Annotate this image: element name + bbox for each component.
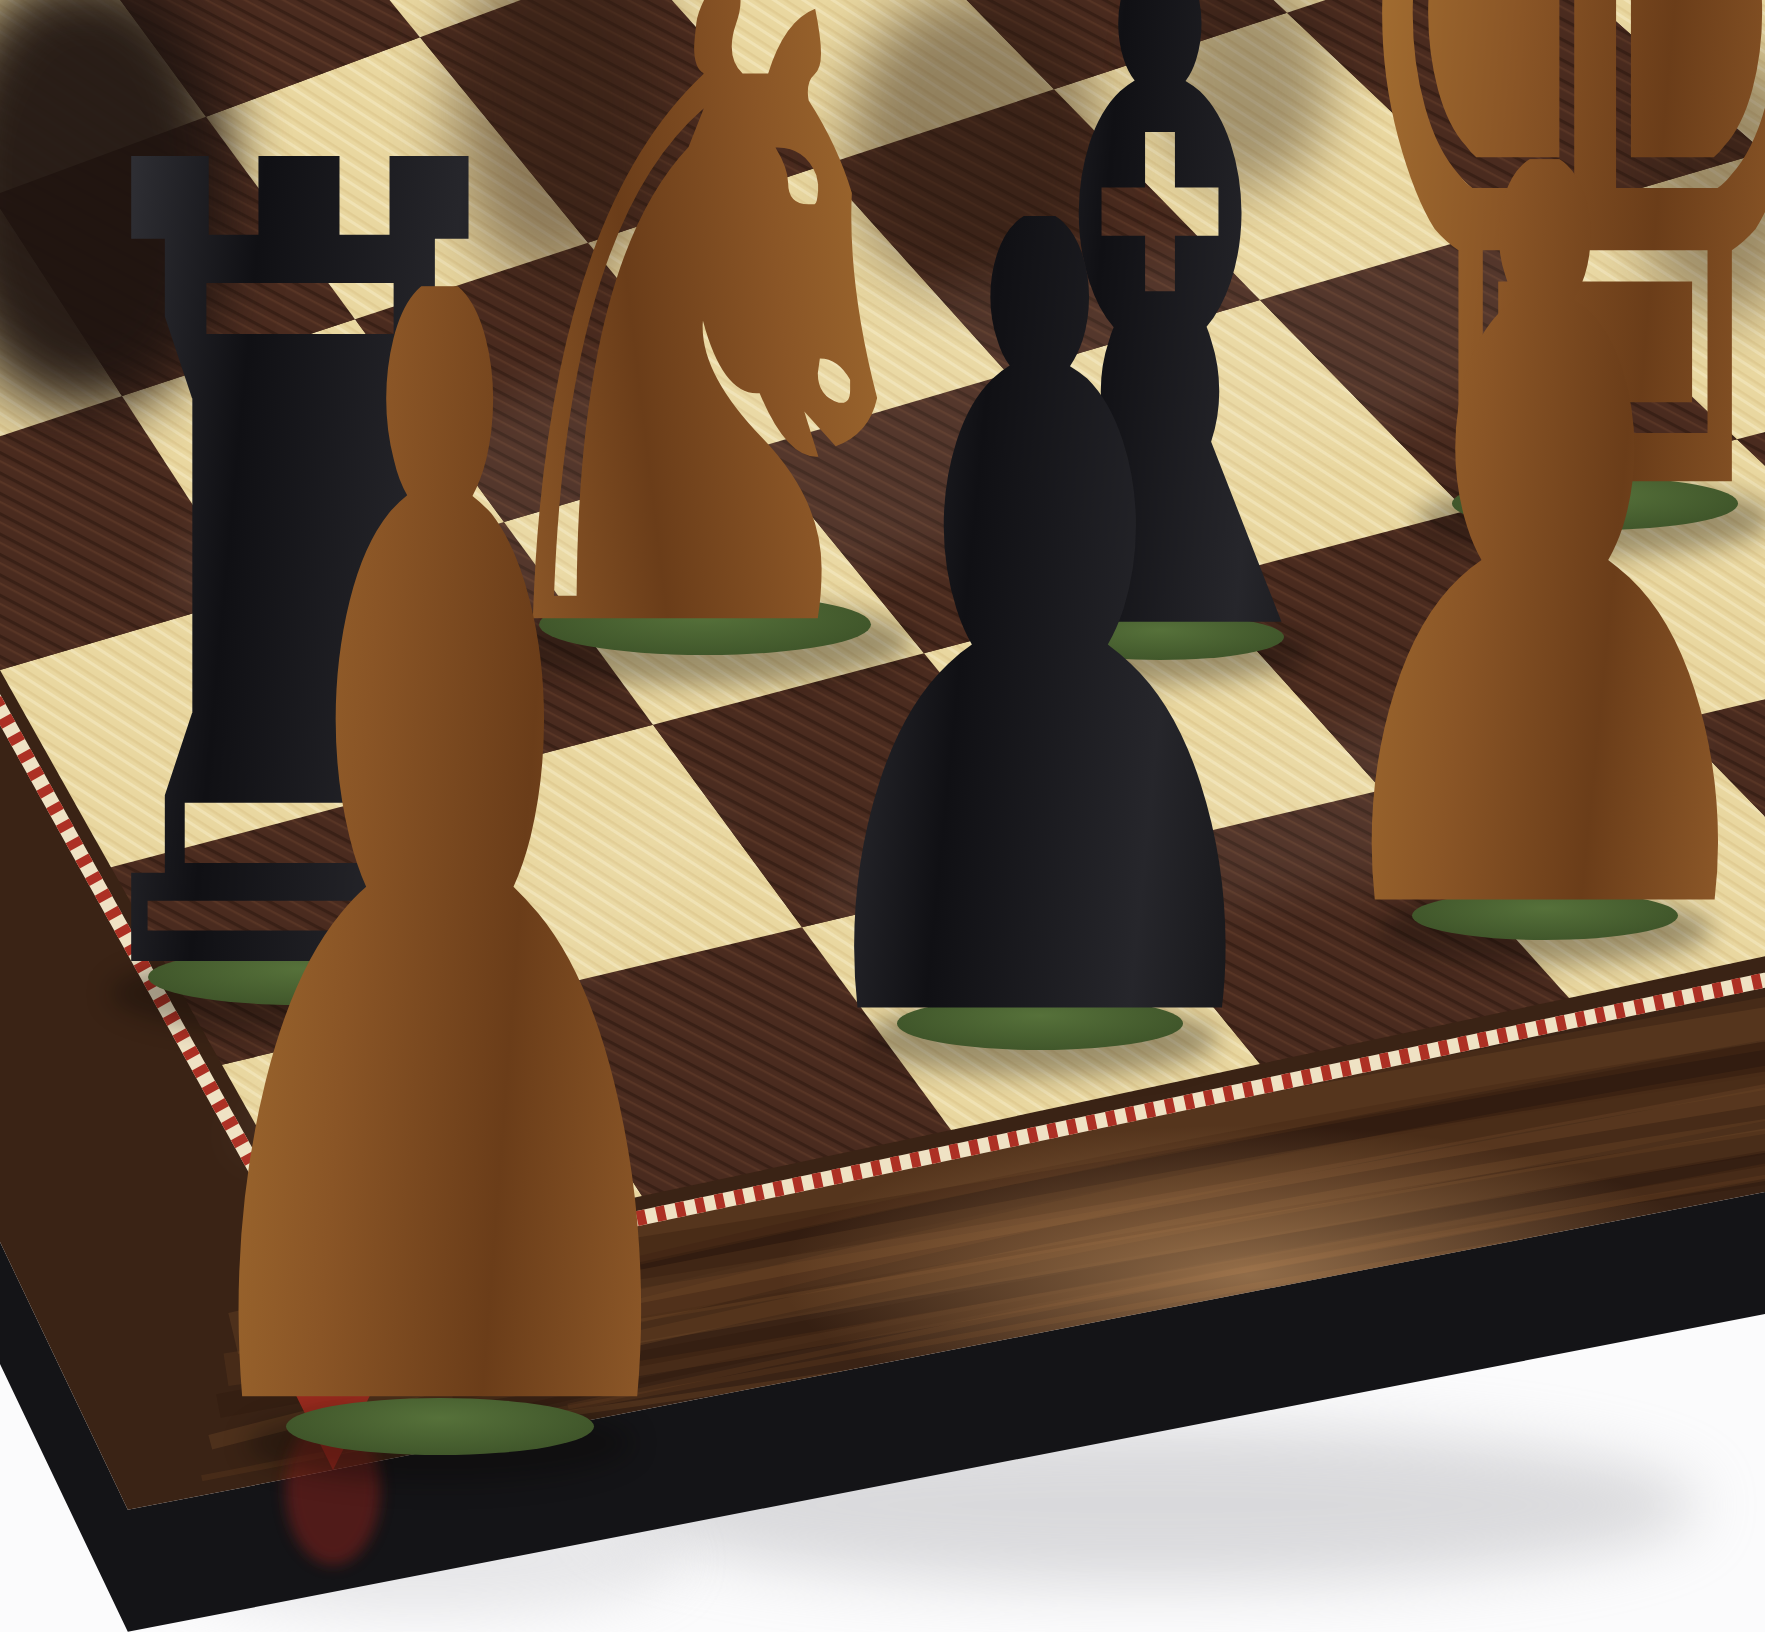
pawn-glyph: ♟ — [762, 216, 1318, 1044]
pawn-glyph: ♟ — [1286, 159, 1765, 934]
piece-white-pawn-h1[interactable]: ♟ — [273, 590, 608, 1455]
piece-black-pawn-g3[interactable]: ♟ — [885, 450, 1195, 1050]
chess-photo-scene: ♚♞♝♟♜♟♟ — [0, 0, 1765, 1632]
pawn-glyph: ♟ — [139, 286, 741, 1449]
piece-white-pawn-h5[interactable]: ♟ — [1400, 380, 1690, 940]
